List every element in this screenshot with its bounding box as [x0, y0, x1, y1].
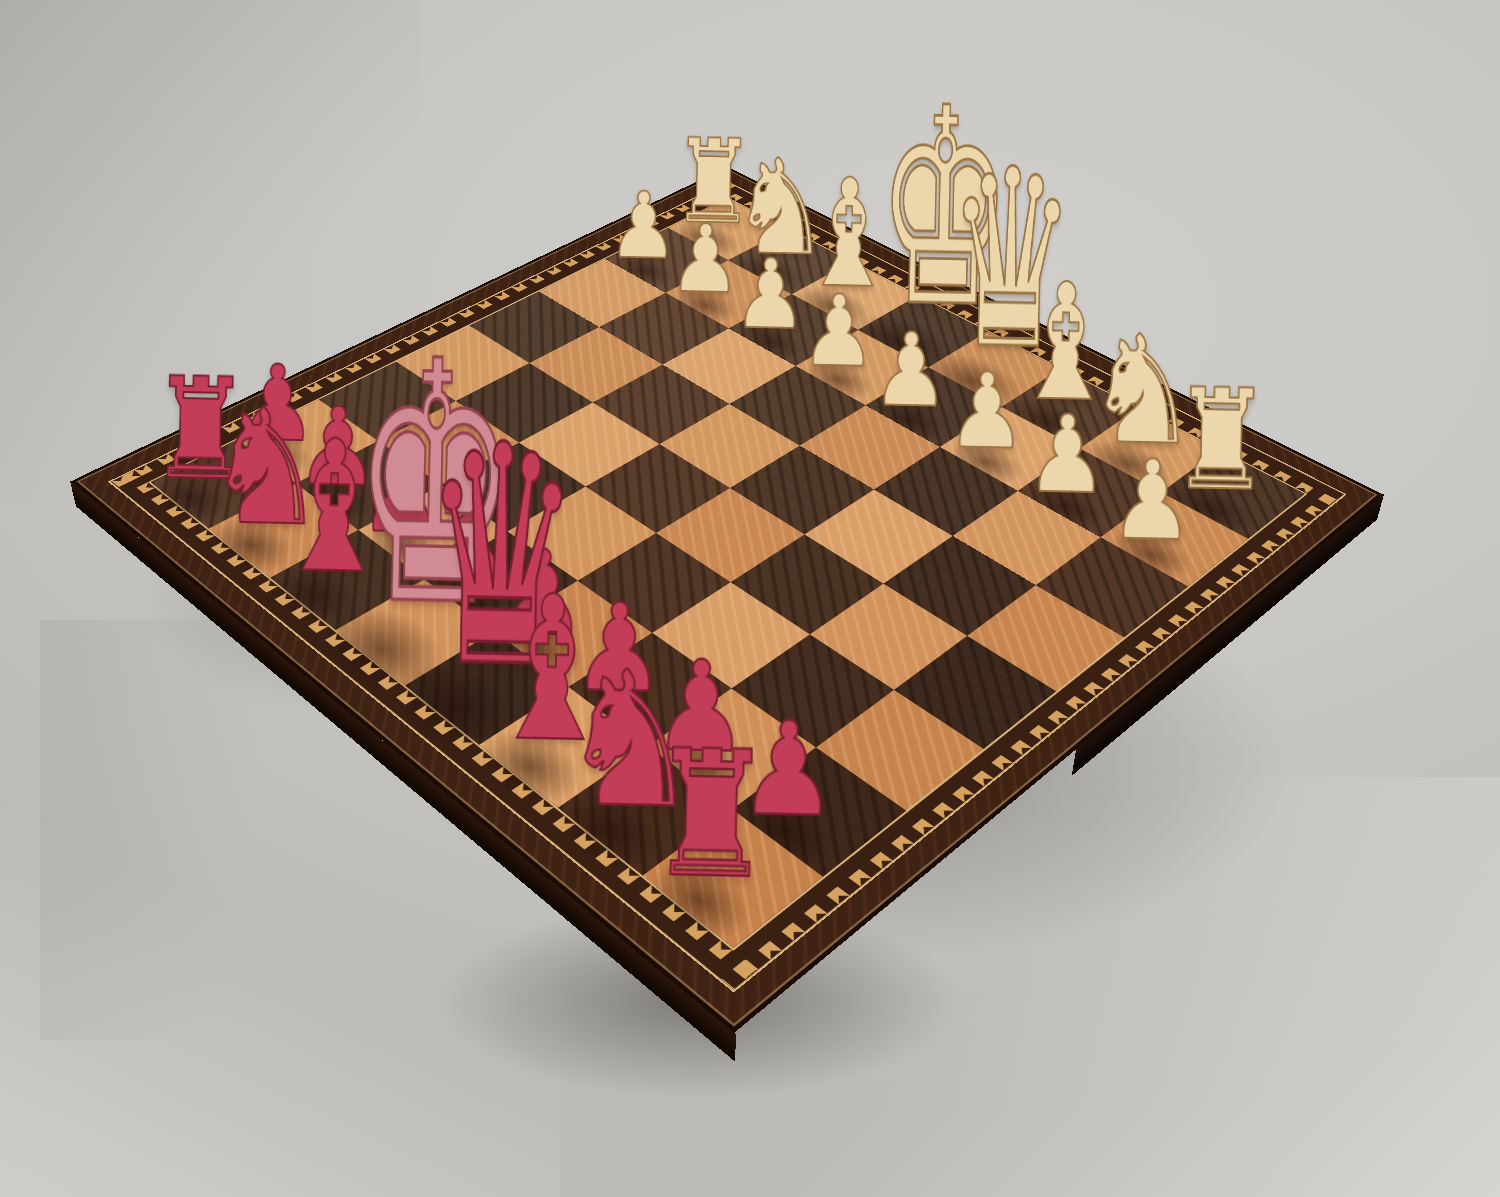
black-bishop[interactable]: ♝	[274, 416, 357, 598]
photo-scene: ♜♞♝♚♛♝♞♜♟♟♟♟♟♟♟♟♟♟♟♟♟♟♟♟♜♞♝♚♛♝♞♜	[0, 0, 1500, 1197]
white-pawn[interactable]: ♟	[1106, 445, 1198, 557]
white-pawn[interactable]: ♟	[943, 359, 1030, 465]
white-pawn[interactable]: ♟	[798, 281, 881, 381]
chessboard-frame: ♜♞♝♚♛♝♞♜♟♟♟♟♟♟♟♟♟♟♟♟♟♟♟♟♜♞♝♚♛♝♞♜	[71, 167, 1383, 1033]
black-king[interactable]: ♚	[350, 318, 419, 652]
black-rook[interactable]: ♜	[647, 727, 754, 904]
black-queen[interactable]: ♛	[419, 404, 493, 709]
board-grid: ♜♞♝♚♛♝♞♜♟♟♟♟♟♟♟♟♟♟♟♟♟♟♟♟♜♞♝♚♛♝♞♜	[151, 198, 1305, 947]
white-queen[interactable]: ♛	[944, 136, 1004, 383]
white-pawn[interactable]: ♟	[869, 319, 954, 422]
white-king[interactable]: ♚	[875, 72, 931, 345]
white-pawn[interactable]: ♟	[1022, 401, 1112, 510]
